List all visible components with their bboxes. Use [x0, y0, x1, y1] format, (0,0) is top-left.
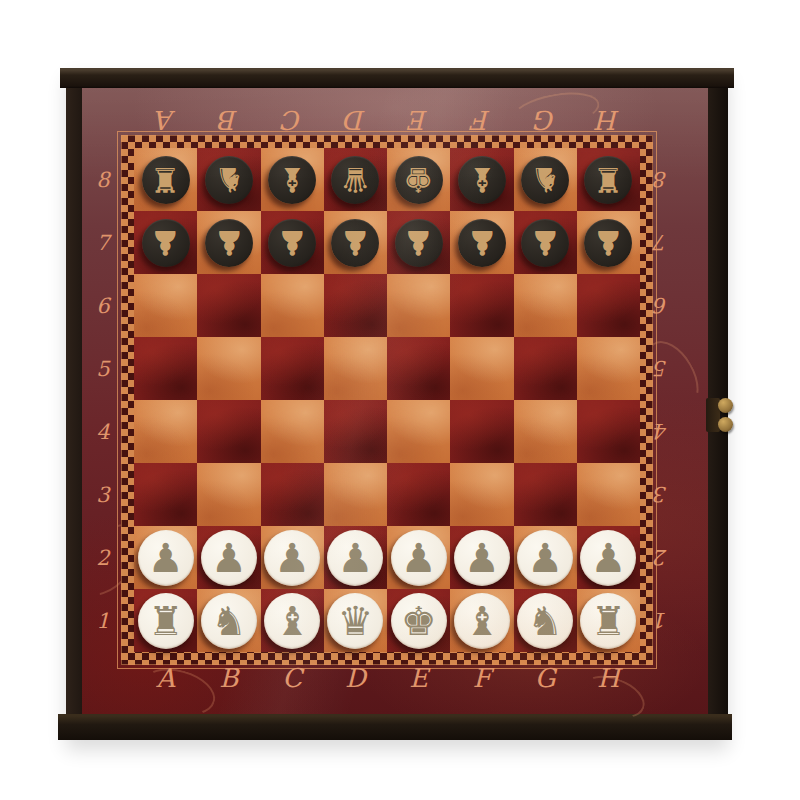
pawn-glyph: ♟	[530, 226, 560, 260]
square-f5[interactable]	[450, 337, 513, 400]
square-a2[interactable]: ♟	[134, 526, 197, 589]
white-pawn-disc[interactable]: ♟	[327, 530, 383, 586]
rank-right-1: 1	[644, 589, 678, 652]
square-f1[interactable]: ♝	[450, 589, 513, 652]
file-top-a: A	[134, 102, 197, 138]
pawn-glyph: ♟	[148, 538, 184, 578]
brass-latch	[706, 395, 742, 435]
board-surface: ♜♞♝♛♚♝♞♜♟♟♟♟♟♟♟♟♟♟♟♟♟♟♟♟♜♞♝♛♚♝♞♜ ABCDEFG…	[82, 88, 708, 714]
file-top-f: F	[450, 102, 513, 138]
square-c1[interactable]: ♝	[261, 589, 324, 652]
rank-right-7: 7	[644, 211, 678, 274]
rank-left-5: 5	[86, 337, 120, 400]
square-e2[interactable]: ♟	[387, 526, 450, 589]
square-e7[interactable]: ♟	[387, 211, 450, 274]
knight-glyph: ♞	[527, 601, 563, 641]
square-d5[interactable]	[324, 337, 387, 400]
black-knight-disc[interactable]: ♞	[521, 156, 569, 204]
queen-glyph: ♛	[337, 601, 373, 641]
square-h4[interactable]	[577, 400, 640, 463]
black-queen-disc[interactable]: ♛	[331, 156, 379, 204]
white-queen-disc[interactable]: ♛	[327, 593, 383, 649]
pawn-glyph: ♟	[590, 538, 626, 578]
pawn-glyph: ♟	[527, 538, 563, 578]
square-h1[interactable]: ♜	[577, 589, 640, 652]
white-pawn-disc[interactable]: ♟	[201, 530, 257, 586]
black-pawn-disc[interactable]: ♟	[584, 219, 632, 267]
square-g2[interactable]: ♟	[514, 526, 577, 589]
square-b4[interactable]	[197, 400, 260, 463]
file-bottom-f: F	[450, 660, 513, 696]
square-c2[interactable]: ♟	[261, 526, 324, 589]
square-a7[interactable]: ♟	[134, 211, 197, 274]
box-base-edge	[58, 714, 732, 740]
latch-knob-bottom	[718, 417, 733, 432]
white-rook-disc[interactable]: ♜	[580, 593, 636, 649]
white-bishop-disc[interactable]: ♝	[264, 593, 320, 649]
square-e5[interactable]	[387, 337, 450, 400]
black-pawn-disc[interactable]: ♟	[521, 219, 569, 267]
square-h6[interactable]	[577, 274, 640, 337]
file-labels-bottom: ABCDEFGH	[134, 660, 640, 696]
square-g4[interactable]	[514, 400, 577, 463]
black-pawn-disc[interactable]: ♟	[268, 219, 316, 267]
black-knight-disc[interactable]: ♞	[205, 156, 253, 204]
rook-glyph: ♜	[148, 601, 184, 641]
square-f7[interactable]: ♟	[450, 211, 513, 274]
square-b6[interactable]	[197, 274, 260, 337]
square-a6[interactable]	[134, 274, 197, 337]
white-pawn-disc[interactable]: ♟	[454, 530, 510, 586]
file-top-c: C	[261, 102, 324, 138]
square-b3[interactable]	[197, 463, 260, 526]
square-c8[interactable]: ♝	[261, 148, 324, 211]
black-bishop-disc[interactable]: ♝	[268, 156, 316, 204]
pawn-glyph: ♟	[277, 226, 307, 260]
square-c5[interactable]	[261, 337, 324, 400]
black-bishop-disc[interactable]: ♝	[458, 156, 506, 204]
black-pawn-disc[interactable]: ♟	[205, 219, 253, 267]
rook-glyph: ♜	[590, 601, 626, 641]
file-bottom-a: A	[134, 660, 197, 696]
square-b1[interactable]: ♞	[197, 589, 260, 652]
square-e8[interactable]: ♚	[387, 148, 450, 211]
pawn-glyph: ♟	[403, 226, 433, 260]
knight-glyph: ♞	[214, 163, 244, 197]
queen-glyph: ♛	[340, 163, 370, 197]
black-pawn-disc[interactable]: ♟	[142, 219, 190, 267]
board-grid: ♜♞♝♛♚♝♞♜♟♟♟♟♟♟♟♟♟♟♟♟♟♟♟♟♜♞♝♛♚♝♞♜	[134, 148, 640, 652]
rank-right-6: 6	[644, 274, 678, 337]
rank-left-2: 2	[86, 526, 120, 589]
rank-left-8: 8	[86, 148, 120, 211]
chess-box: ♜♞♝♛♚♝♞♜♟♟♟♟♟♟♟♟♟♟♟♟♟♟♟♟♜♞♝♛♚♝♞♜ ABCDEFG…	[66, 68, 728, 740]
white-knight-disc[interactable]: ♞	[517, 593, 573, 649]
bishop-glyph: ♝	[274, 601, 310, 641]
square-f2[interactable]: ♟	[450, 526, 513, 589]
white-pawn-disc[interactable]: ♟	[580, 530, 636, 586]
file-top-b: B	[197, 102, 260, 138]
file-top-g: G	[514, 102, 577, 138]
pawn-glyph: ♟	[340, 226, 370, 260]
king-glyph: ♚	[403, 163, 433, 197]
black-king-disc[interactable]: ♚	[395, 156, 443, 204]
square-h8[interactable]: ♜	[577, 148, 640, 211]
square-a5[interactable]	[134, 337, 197, 400]
latch-knob-top	[718, 398, 733, 413]
pawn-glyph: ♟	[211, 538, 247, 578]
square-g7[interactable]: ♟	[514, 211, 577, 274]
box-lid-edge	[60, 68, 734, 88]
black-pawn-disc[interactable]: ♟	[395, 219, 443, 267]
pawn-glyph: ♟	[214, 226, 244, 260]
square-d4[interactable]	[324, 400, 387, 463]
rank-right-2: 2	[644, 526, 678, 589]
rank-right-5: 5	[644, 337, 678, 400]
square-e1[interactable]: ♚	[387, 589, 450, 652]
black-pawn-disc[interactable]: ♟	[458, 219, 506, 267]
square-g6[interactable]	[514, 274, 577, 337]
square-d7[interactable]: ♟	[324, 211, 387, 274]
rank-left-4: 4	[86, 400, 120, 463]
white-pawn-disc[interactable]: ♟	[264, 530, 320, 586]
square-g8[interactable]: ♞	[514, 148, 577, 211]
square-h5[interactable]	[577, 337, 640, 400]
square-d2[interactable]: ♟	[324, 526, 387, 589]
square-b8[interactable]: ♞	[197, 148, 260, 211]
file-bottom-e: E	[387, 660, 450, 696]
white-bishop-disc[interactable]: ♝	[454, 593, 510, 649]
file-bottom-b: B	[197, 660, 260, 696]
square-a8[interactable]: ♜	[134, 148, 197, 211]
pawn-glyph: ♟	[337, 538, 373, 578]
file-bottom-g: G	[514, 660, 577, 696]
square-g5[interactable]	[514, 337, 577, 400]
square-a4[interactable]	[134, 400, 197, 463]
bishop-glyph: ♝	[467, 163, 497, 197]
square-e3[interactable]	[387, 463, 450, 526]
file-bottom-c: C	[261, 660, 324, 696]
rank-left-7: 7	[86, 211, 120, 274]
square-f3[interactable]	[450, 463, 513, 526]
square-a1[interactable]: ♜	[134, 589, 197, 652]
rank-labels-right: 87654321	[644, 148, 678, 652]
file-top-h: H	[577, 102, 640, 138]
square-f4[interactable]	[450, 400, 513, 463]
square-h7[interactable]: ♟	[577, 211, 640, 274]
black-pawn-disc[interactable]: ♟	[331, 219, 379, 267]
rank-right-3: 3	[644, 463, 678, 526]
rook-glyph: ♜	[593, 163, 623, 197]
pawn-glyph: ♟	[593, 226, 623, 260]
pawn-glyph: ♟	[401, 538, 437, 578]
rank-left-3: 3	[86, 463, 120, 526]
king-glyph: ♚	[401, 601, 437, 641]
square-d3[interactable]	[324, 463, 387, 526]
black-rook-disc[interactable]: ♜	[584, 156, 632, 204]
square-g3[interactable]	[514, 463, 577, 526]
square-c7[interactable]: ♟	[261, 211, 324, 274]
square-b2[interactable]: ♟	[197, 526, 260, 589]
square-c6[interactable]	[261, 274, 324, 337]
pawn-glyph: ♟	[464, 538, 500, 578]
white-king-disc[interactable]: ♚	[391, 593, 447, 649]
rank-left-6: 6	[86, 274, 120, 337]
white-pawn-disc[interactable]: ♟	[138, 530, 194, 586]
file-top-e: E	[387, 102, 450, 138]
square-e4[interactable]	[387, 400, 450, 463]
square-d1[interactable]: ♛	[324, 589, 387, 652]
rook-glyph: ♜	[150, 163, 180, 197]
knight-glyph: ♞	[211, 601, 247, 641]
square-e6[interactable]	[387, 274, 450, 337]
rank-right-8: 8	[644, 148, 678, 211]
file-bottom-d: D	[324, 660, 387, 696]
square-h3[interactable]	[577, 463, 640, 526]
file-bottom-h: H	[577, 660, 640, 696]
white-knight-disc[interactable]: ♞	[201, 593, 257, 649]
knight-glyph: ♞	[530, 163, 560, 197]
square-c3[interactable]	[261, 463, 324, 526]
pawn-glyph: ♟	[274, 538, 310, 578]
square-b5[interactable]	[197, 337, 260, 400]
black-rook-disc[interactable]: ♜	[142, 156, 190, 204]
bishop-glyph: ♝	[277, 163, 307, 197]
white-rook-disc[interactable]: ♜	[138, 593, 194, 649]
square-a3[interactable]	[134, 463, 197, 526]
chess-set-photo: ♜♞♝♛♚♝♞♜♟♟♟♟♟♟♟♟♟♟♟♟♟♟♟♟♜♞♝♛♚♝♞♜ ABCDEFG…	[0, 0, 800, 800]
square-g1[interactable]: ♞	[514, 589, 577, 652]
square-d8[interactable]: ♛	[324, 148, 387, 211]
square-h2[interactable]: ♟	[577, 526, 640, 589]
square-b7[interactable]: ♟	[197, 211, 260, 274]
pawn-glyph: ♟	[150, 226, 180, 260]
rank-left-1: 1	[86, 589, 120, 652]
rank-labels-left: 87654321	[86, 148, 120, 652]
bishop-glyph: ♝	[464, 601, 500, 641]
file-labels-top: ABCDEFGH	[134, 102, 640, 138]
pawn-glyph: ♟	[467, 226, 497, 260]
square-f6[interactable]	[450, 274, 513, 337]
rank-right-4: 4	[644, 400, 678, 463]
white-pawn-disc[interactable]: ♟	[391, 530, 447, 586]
white-pawn-disc[interactable]: ♟	[517, 530, 573, 586]
file-top-d: D	[324, 102, 387, 138]
square-c4[interactable]	[261, 400, 324, 463]
square-f8[interactable]: ♝	[450, 148, 513, 211]
square-d6[interactable]	[324, 274, 387, 337]
